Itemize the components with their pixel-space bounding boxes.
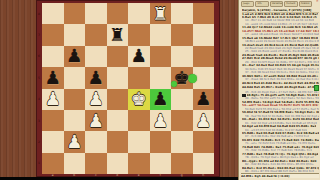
panel-tabs: JuegoInfoVariantesComent.Análisis [241, 1, 312, 7]
square-c6[interactable] [85, 46, 107, 67]
piece-black-pawn[interactable]: ♟ [152, 90, 168, 108]
square-a8[interactable] [42, 3, 64, 24]
move-marker-green [188, 74, 197, 83]
current-move-line[interactable]: 42.Rf8+ Kg5 43.Ke4 f4 (=0.00) [241, 173, 319, 178]
square-g8[interactable] [171, 3, 193, 24]
square-d8[interactable] [107, 3, 129, 24]
square-h7[interactable] [193, 24, 215, 45]
square-d4[interactable] [107, 89, 129, 110]
square-d3[interactable] [107, 110, 129, 131]
square-a3[interactable] [42, 110, 64, 131]
square-e6[interactable]: ♟ [128, 46, 150, 67]
square-e7[interactable] [128, 24, 150, 45]
square-d6[interactable] [107, 46, 129, 67]
move-list[interactable]: 1.e4 e5 2.Nf3 Nc6 3.Bb5 a6 4.Ba4 Nf6 5.O… [242, 13, 319, 173]
square-c4[interactable]: ♟ [85, 89, 107, 110]
square-e3[interactable] [128, 110, 150, 131]
square-g4[interactable] [171, 89, 193, 110]
square-f5[interactable] [150, 67, 172, 88]
chess-board[interactable]: ♜♜♟♟♟♟♚♟♟♚♟♟♟♟♟♟ [42, 3, 214, 174]
square-d7[interactable]: ♜ [107, 24, 129, 45]
square-c3[interactable]: ♟ [85, 110, 107, 131]
square-g7[interactable] [171, 24, 193, 45]
square-e2[interactable] [128, 131, 150, 152]
chess-app-screenshot: 87654321 ♜♜♟♟♟♟♚♟♟♚♟♟♟♟♟♟ abcdefgh ✕ Jue… [0, 0, 320, 180]
square-b3[interactable] [64, 110, 86, 131]
piece-black-pawn[interactable]: ♟ [45, 69, 61, 87]
piece-black-pawn[interactable]: ♟ [88, 69, 104, 87]
piece-white-pawn[interactable]: ♟ [88, 112, 104, 130]
square-b1[interactable] [64, 153, 86, 174]
tab-info[interactable]: Info [255, 1, 268, 7]
piece-white-pawn[interactable]: ♟ [88, 90, 104, 108]
square-e1[interactable] [128, 153, 150, 174]
piece-black-rook[interactable]: ♜ [109, 26, 125, 44]
tab-anlisis[interactable]: Análisis [299, 1, 312, 7]
square-c7[interactable] [85, 24, 107, 45]
square-b2[interactable]: ♟ [64, 131, 86, 152]
square-a7[interactable] [42, 24, 64, 45]
piece-white-rook[interactable]: ♜ [152, 5, 168, 23]
piece-black-pawn[interactable]: ♟ [66, 47, 82, 65]
square-f4[interactable]: ♟ [150, 89, 172, 110]
square-h6[interactable] [193, 46, 215, 67]
piece-black-pawn[interactable]: ♟ [195, 90, 211, 108]
square-a4[interactable]: ♟ [42, 89, 64, 110]
square-f8[interactable]: ♜ [150, 3, 172, 24]
square-h8[interactable] [193, 3, 215, 24]
square-b5[interactable] [64, 67, 86, 88]
tab-juego[interactable]: Juego [241, 1, 254, 7]
piece-white-king[interactable]: ♚ [131, 90, 147, 108]
piece-black-pawn[interactable]: ♟ [131, 47, 147, 65]
square-a6[interactable] [42, 46, 64, 67]
square-c8[interactable] [85, 3, 107, 24]
square-g6[interactable] [171, 46, 193, 67]
square-c1[interactable] [85, 153, 107, 174]
move-line[interactable]: 40.Nc3 Ra3 41.Kd4 Bxc3+ 42.Kxc3 Ra5 43.R… [242, 82, 319, 85]
square-g1[interactable] [171, 153, 193, 174]
square-a2[interactable] [42, 131, 64, 152]
tab-variantes[interactable]: Variantes [270, 1, 283, 7]
piece-white-pawn[interactable]: ♟ [66, 133, 82, 151]
analysis-panel: ✕ JuegoInfoVariantesComent.Análisis Karj… [238, 0, 320, 180]
square-h4[interactable]: ♟ [193, 89, 215, 110]
square-h1[interactable] [193, 153, 215, 174]
square-h3[interactable]: ♟ [193, 110, 215, 131]
square-a5[interactable]: ♟ [42, 67, 64, 88]
square-c5[interactable]: ♟ [85, 67, 107, 88]
square-f7[interactable] [150, 24, 172, 45]
piece-white-pawn[interactable]: ♟ [45, 90, 61, 108]
tab-coment[interactable]: Coment. [284, 1, 297, 7]
square-f6[interactable] [150, 46, 172, 67]
bottom-letterbox-strip [0, 177, 238, 180]
square-b7[interactable] [64, 24, 86, 45]
square-f3[interactable]: ♟ [150, 110, 172, 131]
move-line-text: 40.Nc3 Ra3 41.Kd4 Bxc3+ 42.Kxc3 Ra5 43.R… [242, 82, 319, 85]
square-g2[interactable] [171, 131, 193, 152]
square-f1[interactable] [150, 153, 172, 174]
square-c2[interactable] [85, 131, 107, 152]
square-h2[interactable] [193, 131, 215, 152]
square-b4[interactable] [64, 89, 86, 110]
square-e8[interactable] [128, 3, 150, 24]
square-e5[interactable] [128, 67, 150, 88]
square-g3[interactable] [171, 110, 193, 131]
move-line-text: 44.Kd4 Ra5 45.Rh7+ Kxd6 46.Rxg6 Ra4+ 47.… [242, 86, 314, 89]
square-a1[interactable] [42, 153, 64, 174]
square-d5[interactable] [107, 67, 129, 88]
piece-white-pawn[interactable]: ♟ [152, 112, 168, 130]
square-b8[interactable] [64, 3, 86, 24]
square-d2[interactable] [107, 131, 129, 152]
square-f2[interactable] [150, 131, 172, 152]
window-controls[interactable]: ✕ [316, 0, 319, 3]
square-d1[interactable] [107, 153, 129, 174]
piece-white-pawn[interactable]: ♟ [195, 112, 211, 130]
square-e4[interactable]: ♚ [128, 89, 150, 110]
move-marker-green [171, 81, 177, 87]
square-b6[interactable]: ♟ [64, 46, 86, 67]
